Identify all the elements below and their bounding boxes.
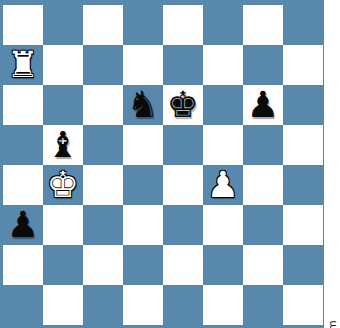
square-c6[interactable] [83, 85, 123, 125]
square-b2[interactable] [43, 245, 83, 285]
square-f6[interactable] [203, 85, 243, 125]
square-g7[interactable] [243, 45, 283, 85]
square-b8[interactable] [43, 5, 83, 45]
square-a6[interactable] [3, 85, 43, 125]
square-h6[interactable] [283, 85, 323, 125]
black-knight-piece[interactable]: ♞ [123, 85, 163, 125]
square-f2[interactable] [203, 245, 243, 285]
square-g5[interactable] [243, 125, 283, 165]
square-c2[interactable] [83, 245, 123, 285]
square-g2[interactable] [243, 245, 283, 285]
black-pawn-piece[interactable]: ♟ [3, 205, 43, 245]
square-a3[interactable]: ♟ [3, 205, 43, 245]
square-d8[interactable] [123, 5, 163, 45]
square-e2[interactable] [163, 245, 203, 285]
square-b4[interactable]: ♚ [43, 165, 83, 205]
square-b3[interactable] [43, 205, 83, 245]
square-c8[interactable] [83, 5, 123, 45]
square-g4[interactable] [243, 165, 283, 205]
square-b7[interactable] [43, 45, 83, 85]
square-f3[interactable] [203, 205, 243, 245]
square-d4[interactable] [123, 165, 163, 205]
square-g8[interactable] [243, 5, 283, 45]
board-border: ♜♞♚♟♝♚♟♟ [0, 0, 324, 328]
black-pawn-piece[interactable]: ♟ [243, 85, 283, 125]
square-e1[interactable] [163, 285, 203, 325]
square-c5[interactable] [83, 125, 123, 165]
square-e4[interactable] [163, 165, 203, 205]
square-h2[interactable] [283, 245, 323, 285]
square-a1[interactable] [3, 285, 43, 325]
square-c7[interactable] [83, 45, 123, 85]
square-a4[interactable] [3, 165, 43, 205]
square-e6[interactable]: ♚ [163, 85, 203, 125]
square-f1[interactable] [203, 285, 243, 325]
square-e7[interactable] [163, 45, 203, 85]
square-h3[interactable] [283, 205, 323, 245]
square-f7[interactable] [203, 45, 243, 85]
square-f5[interactable] [203, 125, 243, 165]
square-e8[interactable] [163, 5, 203, 45]
square-h4[interactable] [283, 165, 323, 205]
chess-board[interactable]: ♜♞♚♟♝♚♟♟ [3, 5, 323, 325]
square-a5[interactable] [3, 125, 43, 165]
square-h7[interactable] [283, 45, 323, 85]
chess-diagram: ♜♞♚♟♝♚♟♟ caissa.com [0, 0, 340, 328]
square-a7[interactable]: ♜ [3, 45, 43, 85]
square-d2[interactable] [123, 245, 163, 285]
white-pawn-piece[interactable]: ♟ [203, 165, 243, 205]
square-d3[interactable] [123, 205, 163, 245]
square-c3[interactable] [83, 205, 123, 245]
square-c4[interactable] [83, 165, 123, 205]
square-d6[interactable]: ♞ [123, 85, 163, 125]
square-a2[interactable] [3, 245, 43, 285]
square-e3[interactable] [163, 205, 203, 245]
square-f4[interactable]: ♟ [203, 165, 243, 205]
square-h8[interactable] [283, 5, 323, 45]
black-king-piece[interactable]: ♚ [163, 85, 203, 125]
square-b6[interactable] [43, 85, 83, 125]
square-g3[interactable] [243, 205, 283, 245]
square-c1[interactable] [83, 285, 123, 325]
square-g1[interactable] [243, 285, 283, 325]
caissa-watermark: caissa.com [326, 320, 339, 328]
square-d1[interactable] [123, 285, 163, 325]
square-d5[interactable] [123, 125, 163, 165]
square-d7[interactable] [123, 45, 163, 85]
square-b5[interactable]: ♝ [43, 125, 83, 165]
square-g6[interactable]: ♟ [243, 85, 283, 125]
white-rook-piece[interactable]: ♜ [3, 45, 43, 85]
square-f8[interactable] [203, 5, 243, 45]
watermark-strip: caissa.com [324, 0, 340, 328]
white-king-piece[interactable]: ♚ [43, 165, 83, 205]
square-h1[interactable] [283, 285, 323, 325]
square-h5[interactable] [283, 125, 323, 165]
square-b1[interactable] [43, 285, 83, 325]
square-e5[interactable] [163, 125, 203, 165]
square-a8[interactable] [3, 5, 43, 45]
black-bishop-piece[interactable]: ♝ [43, 125, 83, 165]
